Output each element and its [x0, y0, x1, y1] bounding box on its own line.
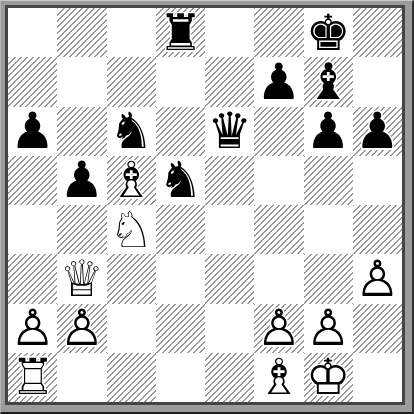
- square-e8[interactable]: [205, 8, 254, 57]
- square-h2[interactable]: [353, 304, 402, 353]
- square-c5[interactable]: ♝♗: [107, 156, 156, 205]
- square-d2[interactable]: [156, 304, 205, 353]
- white-queen-b3[interactable]: ♛♕: [57, 254, 106, 303]
- square-b1[interactable]: [57, 353, 106, 402]
- square-g2[interactable]: ♟♙: [304, 304, 353, 353]
- square-c4[interactable]: ♞♘: [107, 205, 156, 254]
- square-c3[interactable]: [107, 254, 156, 303]
- black-knight-d5[interactable]: ♞♞: [156, 156, 205, 205]
- square-c8[interactable]: [107, 8, 156, 57]
- square-d3[interactable]: [156, 254, 205, 303]
- piece-glyph: ♟: [304, 107, 353, 156]
- square-f4[interactable]: [254, 205, 303, 254]
- white-rook-a1[interactable]: ♜♖: [8, 353, 57, 402]
- piece-glyph: ♙: [57, 304, 106, 353]
- white-pawn-g2[interactable]: ♟♙: [304, 304, 353, 353]
- black-pawn-a6[interactable]: ♟♟: [8, 107, 57, 156]
- square-g3[interactable]: [304, 254, 353, 303]
- piece-glyph: ♟: [254, 57, 303, 106]
- piece-glyph: ♙: [254, 304, 303, 353]
- square-b5[interactable]: ♟♟: [57, 156, 106, 205]
- square-b8[interactable]: [57, 8, 106, 57]
- square-g7[interactable]: ♝♝: [304, 57, 353, 106]
- piece-glyph: ♔: [304, 353, 353, 402]
- piece-glyph: ♟: [57, 156, 106, 205]
- square-f7[interactable]: ♟♟: [254, 57, 303, 106]
- square-h5[interactable]: [353, 156, 402, 205]
- black-queen-e6[interactable]: ♛♛: [205, 107, 254, 156]
- square-g8[interactable]: ♚♚: [304, 8, 353, 57]
- piece-glyph: ♕: [57, 254, 106, 303]
- square-g4[interactable]: [304, 205, 353, 254]
- piece-glyph: ♙: [353, 254, 402, 303]
- square-a1[interactable]: ♜♖: [8, 353, 57, 402]
- piece-glyph: ♙: [8, 304, 57, 353]
- white-king-g1[interactable]: ♚♔: [304, 353, 353, 402]
- square-a7[interactable]: [8, 57, 57, 106]
- black-knight-c6[interactable]: ♞♞: [107, 107, 156, 156]
- square-f3[interactable]: [254, 254, 303, 303]
- square-g5[interactable]: [304, 156, 353, 205]
- square-d4[interactable]: [156, 205, 205, 254]
- black-pawn-h6[interactable]: ♟♟: [353, 107, 402, 156]
- square-e1[interactable]: [205, 353, 254, 402]
- square-b6[interactable]: [57, 107, 106, 156]
- square-e2[interactable]: [205, 304, 254, 353]
- white-knight-c4[interactable]: ♞♘: [107, 205, 156, 254]
- square-f6[interactable]: [254, 107, 303, 156]
- piece-glyph: ♜: [156, 8, 205, 57]
- piece-glyph: ♛: [205, 107, 254, 156]
- black-pawn-f7[interactable]: ♟♟: [254, 57, 303, 106]
- square-c2[interactable]: [107, 304, 156, 353]
- white-pawn-h3[interactable]: ♟♙: [353, 254, 402, 303]
- square-e5[interactable]: [205, 156, 254, 205]
- square-f5[interactable]: [254, 156, 303, 205]
- white-pawn-f2[interactable]: ♟♙: [254, 304, 303, 353]
- piece-glyph: ♟: [353, 107, 402, 156]
- piece-glyph: ♞: [156, 156, 205, 205]
- square-d8[interactable]: ♜♜: [156, 8, 205, 57]
- white-pawn-b2[interactable]: ♟♙: [57, 304, 106, 353]
- square-b4[interactable]: [57, 205, 106, 254]
- board-frame: ♜♜♚♚♟♟♝♝♟♟♞♞♛♛♟♟♟♟♟♟♝♗♞♞♞♘♛♕♟♙♟♙♟♙♟♙♟♙♜♖…: [0, 0, 414, 414]
- piece-glyph: ♝: [304, 57, 353, 106]
- square-h1[interactable]: [353, 353, 402, 402]
- piece-glyph: ♙: [304, 304, 353, 353]
- square-e7[interactable]: [205, 57, 254, 106]
- piece-glyph: ♗: [254, 353, 303, 402]
- square-g6[interactable]: ♟♟: [304, 107, 353, 156]
- square-h4[interactable]: [353, 205, 402, 254]
- square-a2[interactable]: ♟♙: [8, 304, 57, 353]
- square-f1[interactable]: ♝♗: [254, 353, 303, 402]
- black-pawn-g6[interactable]: ♟♟: [304, 107, 353, 156]
- square-d7[interactable]: [156, 57, 205, 106]
- piece-glyph: ♟: [8, 107, 57, 156]
- square-a6[interactable]: ♟♟: [8, 107, 57, 156]
- square-c1[interactable]: [107, 353, 156, 402]
- square-a5[interactable]: [8, 156, 57, 205]
- square-g1[interactable]: ♚♔: [304, 353, 353, 402]
- white-pawn-a2[interactable]: ♟♙: [8, 304, 57, 353]
- square-h7[interactable]: [353, 57, 402, 106]
- piece-glyph: ♚: [304, 8, 353, 57]
- square-d1[interactable]: [156, 353, 205, 402]
- square-h6[interactable]: ♟♟: [353, 107, 402, 156]
- square-h8[interactable]: [353, 8, 402, 57]
- square-h3[interactable]: ♟♙: [353, 254, 402, 303]
- black-rook-d8[interactable]: ♜♜: [156, 8, 205, 57]
- square-a3[interactable]: [8, 254, 57, 303]
- piece-glyph: ♞: [107, 107, 156, 156]
- piece-glyph: ♗: [107, 156, 156, 205]
- square-c7[interactable]: [107, 57, 156, 106]
- square-c6[interactable]: ♞♞: [107, 107, 156, 156]
- square-a4[interactable]: [8, 205, 57, 254]
- square-e6[interactable]: ♛♛: [205, 107, 254, 156]
- square-b7[interactable]: [57, 57, 106, 106]
- white-bishop-f1[interactable]: ♝♗: [254, 353, 303, 402]
- square-d5[interactable]: ♞♞: [156, 156, 205, 205]
- chess-board: ♜♜♚♚♟♟♝♝♟♟♞♞♛♛♟♟♟♟♟♟♝♗♞♞♞♘♛♕♟♙♟♙♟♙♟♙♟♙♜♖…: [5, 5, 405, 405]
- square-f8[interactable]: [254, 8, 303, 57]
- square-a8[interactable]: [8, 8, 57, 57]
- square-d6[interactable]: [156, 107, 205, 156]
- square-b2[interactable]: ♟♙: [57, 304, 106, 353]
- square-b3[interactable]: ♛♕: [57, 254, 106, 303]
- square-f2[interactable]: ♟♙: [254, 304, 303, 353]
- black-pawn-b5[interactable]: ♟♟: [57, 156, 106, 205]
- piece-glyph: ♘: [107, 205, 156, 254]
- square-e3[interactable]: [205, 254, 254, 303]
- black-bishop-g7[interactable]: ♝♝: [304, 57, 353, 106]
- piece-glyph: ♖: [8, 353, 57, 402]
- square-e4[interactable]: [205, 205, 254, 254]
- white-bishop-c5[interactable]: ♝♗: [107, 156, 156, 205]
- black-king-g8[interactable]: ♚♚: [304, 8, 353, 57]
